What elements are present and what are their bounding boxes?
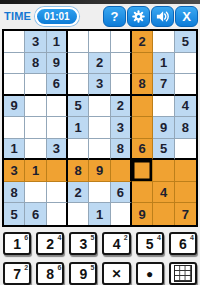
cell-r4c9[interactable]: 4 <box>175 96 196 118</box>
cell-r2c7[interactable] <box>132 53 153 75</box>
cell-r2c4[interactable] <box>68 53 89 75</box>
cell-r9c2[interactable]: 6 <box>25 203 46 225</box>
cell-r2c6[interactable] <box>111 53 132 75</box>
digit-button-2[interactable]: 24 <box>36 232 64 255</box>
cell-r9c7[interactable]: 9 <box>132 203 153 225</box>
gear-icon <box>131 9 146 24</box>
cell-r3c9[interactable] <box>175 74 196 96</box>
cell-r5c9[interactable]: 8 <box>175 117 196 139</box>
cell-r7c8[interactable] <box>153 160 174 182</box>
cell-r7c4[interactable]: 8 <box>68 160 89 182</box>
grid-icon <box>174 265 192 282</box>
cell-r5c4[interactable]: 1 <box>68 117 89 139</box>
cell-r9c9[interactable]: 7 <box>175 203 196 225</box>
erase-x-icon: ✕ <box>112 267 122 281</box>
cell-r2c1[interactable] <box>4 53 25 75</box>
cell-r9c8[interactable] <box>153 203 174 225</box>
cell-r4c6[interactable]: 2 <box>111 96 132 118</box>
digit-remaining-count: 4 <box>57 234 61 242</box>
cell-r3c7[interactable]: 8 <box>132 74 153 96</box>
digit-remaining-count: 6 <box>57 264 61 272</box>
speaker-icon <box>155 9 170 24</box>
cell-r1c6[interactable] <box>111 31 132 53</box>
cell-r9c6[interactable] <box>111 203 132 225</box>
cell-r8c4[interactable]: 2 <box>68 182 89 204</box>
sound-button[interactable] <box>151 6 174 27</box>
cell-r3c4[interactable] <box>68 74 89 96</box>
cell-r6c5[interactable] <box>89 139 110 161</box>
digit-remaining-count: 2 <box>124 234 128 242</box>
digit-label: 9 <box>80 266 88 282</box>
cell-r3c8[interactable]: 7 <box>153 74 174 96</box>
cell-r1c1[interactable] <box>4 31 25 53</box>
cell-r6c7[interactable]: 6 <box>132 139 153 161</box>
cell-r8c2[interactable] <box>25 182 46 204</box>
cell-r7c9[interactable] <box>175 160 196 182</box>
cell-r3c6[interactable] <box>111 74 132 96</box>
cell-r4c8[interactable] <box>153 96 174 118</box>
cell-r5c3[interactable] <box>47 117 68 139</box>
grid-view-button[interactable] <box>169 262 197 285</box>
cell-r5c8[interactable]: 9 <box>153 117 174 139</box>
digit-label: 7 <box>13 266 21 282</box>
cell-r4c7[interactable] <box>132 96 153 118</box>
question-mark-icon: ? <box>111 9 119 24</box>
cell-r2c5[interactable]: 2 <box>89 53 110 75</box>
cell-r9c3[interactable] <box>47 203 68 225</box>
cell-r8c5[interactable] <box>89 182 110 204</box>
cell-r8c9[interactable] <box>175 182 196 204</box>
cell-r5c1[interactable] <box>4 117 25 139</box>
digit-label: 5 <box>146 236 154 252</box>
cell-r8c6[interactable]: 6 <box>111 182 132 204</box>
cell-r6c1[interactable]: 1 <box>4 139 25 161</box>
digit-remaining-count: 5 <box>91 264 95 272</box>
digit-label: 1 <box>13 236 21 252</box>
cell-r8c1[interactable]: 8 <box>4 182 25 204</box>
cell-r1c2[interactable]: 3 <box>25 31 46 53</box>
cell-r6c2[interactable] <box>25 139 46 161</box>
cell-r7c1[interactable]: 3 <box>4 160 25 182</box>
digit-remaining-count: 5 <box>91 234 95 242</box>
digit-button-7[interactable]: 72 <box>3 262 31 285</box>
cell-r8c3[interactable] <box>47 182 68 204</box>
cell-r4c3[interactable] <box>47 96 68 118</box>
keypad: 162435425464728695✕● <box>0 227 200 285</box>
pencil-mark-button[interactable]: ● <box>136 262 164 285</box>
digit-button-1[interactable]: 16 <box>3 232 31 255</box>
cell-r7c3[interactable] <box>47 160 68 182</box>
cell-r7c6[interactable] <box>111 160 132 182</box>
digit-remaining-count: 4 <box>157 234 161 242</box>
cell-r5c6[interactable]: 3 <box>111 117 132 139</box>
erase-button[interactable]: ✕ <box>102 262 130 285</box>
cell-r2c8[interactable]: 1 <box>153 53 174 75</box>
digit-label: 6 <box>179 236 187 252</box>
cell-r8c7[interactable] <box>132 182 153 204</box>
digit-label: 3 <box>80 236 88 252</box>
cell-r2c2[interactable]: 8 <box>25 53 46 75</box>
digit-remaining-count: 4 <box>190 234 194 242</box>
cell-r1c8[interactable] <box>153 31 174 53</box>
cell-r6c4[interactable] <box>68 139 89 161</box>
cell-r3c2[interactable] <box>25 74 46 96</box>
cell-r4c5[interactable] <box>89 96 110 118</box>
digit-remaining-count: 2 <box>24 264 28 272</box>
cell-r1c7[interactable]: 2 <box>132 31 153 53</box>
cell-r1c5[interactable] <box>89 31 110 53</box>
settings-button[interactable] <box>127 6 150 27</box>
digit-button-5[interactable]: 54 <box>136 232 164 255</box>
digit-button-9[interactable]: 95 <box>69 262 97 285</box>
timer-display: 01:01 <box>35 7 79 26</box>
digit-label: 4 <box>113 236 121 252</box>
cell-r7c7[interactable] <box>132 160 153 182</box>
digit-remaining-count: 6 <box>24 234 28 242</box>
cell-r9c4[interactable] <box>68 203 89 225</box>
cell-r4c2[interactable] <box>25 96 46 118</box>
cell-r7c2[interactable]: 1 <box>25 160 46 182</box>
cell-r6c6[interactable]: 8 <box>111 139 132 161</box>
time-label: TIME <box>4 10 31 22</box>
digit-button-8[interactable]: 86 <box>36 262 64 285</box>
digit-label: 2 <box>46 236 54 252</box>
close-button[interactable]: X <box>175 6 198 27</box>
header-bar: TIME 01:01 ? <box>0 4 200 28</box>
close-x-icon: X <box>182 9 191 24</box>
digit-button-4[interactable]: 42 <box>102 232 130 255</box>
cell-r9c1[interactable]: 5 <box>4 203 25 225</box>
cell-r7c5[interactable]: 9 <box>89 160 110 182</box>
dot-icon: ● <box>146 267 153 281</box>
cell-r5c2[interactable] <box>25 117 46 139</box>
cell-r2c9[interactable] <box>175 53 196 75</box>
cell-r5c7[interactable] <box>132 117 153 139</box>
cell-r5c5[interactable] <box>89 117 110 139</box>
header-buttons: ? <box>103 6 198 27</box>
cell-r6c8[interactable]: 5 <box>153 139 174 161</box>
cell-r2c3[interactable]: 9 <box>47 53 68 75</box>
cell-r1c3[interactable]: 1 <box>47 31 68 53</box>
cell-r1c4[interactable] <box>68 31 89 53</box>
digit-button-3[interactable]: 35 <box>69 232 97 255</box>
cell-r3c5[interactable]: 3 <box>89 74 110 96</box>
cell-r3c3[interactable]: 6 <box>47 74 68 96</box>
digit-button-6[interactable]: 64 <box>169 232 197 255</box>
cell-r1c9[interactable]: 5 <box>175 31 196 53</box>
cell-r4c1[interactable]: 9 <box>4 96 25 118</box>
cell-r9c5[interactable]: 1 <box>89 203 110 225</box>
cell-r8c8[interactable]: 4 <box>153 182 174 204</box>
cell-r6c9[interactable] <box>175 139 196 161</box>
cell-r3c1[interactable] <box>4 74 25 96</box>
digit-label: 8 <box>46 266 54 282</box>
sudoku-board: 31258921638795241398138653189826456197 <box>2 29 198 227</box>
cell-r6c3[interactable]: 3 <box>47 139 68 161</box>
cell-r4c4[interactable]: 5 <box>68 96 89 118</box>
help-button[interactable]: ? <box>103 6 126 27</box>
